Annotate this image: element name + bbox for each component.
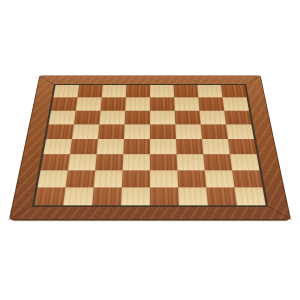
board-square [150,187,179,205]
board-square [178,187,208,205]
board-square [150,111,175,125]
board-square [224,111,251,125]
board-square [34,187,65,205]
board-square [175,111,201,125]
board-square [123,154,150,170]
board-square [92,187,122,205]
board-square [175,124,202,139]
board-square [121,187,150,205]
board-square [97,139,124,154]
board-frame [9,76,291,220]
board-square [102,85,127,98]
board-square [174,85,199,98]
board-square [66,170,96,187]
frame-mitre-line [39,76,55,85]
board-square [150,139,177,154]
board-square [232,170,262,187]
chess-board [9,76,291,220]
frame-mitre-line [267,206,292,220]
board-square [125,97,150,110]
board-square [51,97,77,110]
board-square [221,85,247,98]
board-square [199,111,226,125]
board-square [122,170,150,187]
board-square [98,124,125,139]
board-square [201,124,228,139]
board-square [37,170,67,187]
board-square [176,139,203,154]
board-square [94,170,123,187]
board-square [205,170,235,187]
board-square [126,85,150,98]
frame-mitre-line [8,206,33,220]
product-photo-scene [26,15,274,263]
board-square [99,111,125,125]
board-playing-field [32,84,268,207]
board-square [76,97,102,110]
board-square [234,187,265,205]
board-square [95,154,123,170]
board-square [150,124,176,139]
board-square [230,154,260,170]
board-square [49,111,76,125]
board-square [68,154,97,170]
board-square [124,124,150,139]
board-square [53,85,79,98]
board-square [125,111,150,125]
board-square [78,85,103,98]
board-square [43,139,72,154]
board-square [203,154,232,170]
board-square [228,139,257,154]
board-square [72,124,99,139]
board-square [198,97,224,110]
board-square [174,97,199,110]
frame-mitre-line [245,76,261,85]
board-square [150,154,177,170]
board-square [74,111,101,125]
board-square [63,187,94,205]
board-square [202,139,230,154]
board-square [101,97,126,110]
board-square [70,139,98,154]
board-square [123,139,150,154]
board-square [177,154,205,170]
board-square [222,97,248,110]
board-square [46,124,74,139]
board-square [226,124,254,139]
board-square [206,187,237,205]
board-square [177,170,206,187]
board-square [197,85,222,98]
board-square [150,85,174,98]
board-square [150,97,175,110]
board-square [150,170,178,187]
board-square [40,154,70,170]
